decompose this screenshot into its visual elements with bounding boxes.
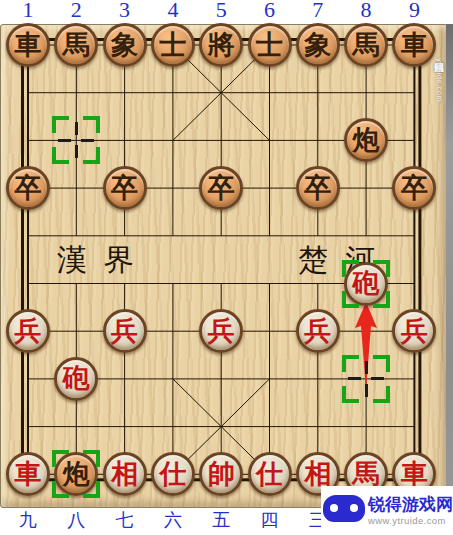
file-label-top-4: 4 xyxy=(167,0,178,23)
piece-black-elephant[interactable]: 象 xyxy=(103,23,147,67)
piece-red-soldier[interactable]: 兵 xyxy=(6,309,50,353)
gamepad-icon xyxy=(323,495,365,522)
piece-red-elephant[interactable]: 相 xyxy=(103,452,147,496)
file-label-top-5: 5 xyxy=(216,0,227,23)
watermark-side: 锐得游戏网 ytruide.com xyxy=(430,54,448,102)
watermark-site-url: www.ytruide.com xyxy=(368,516,453,526)
file-label-bottom-1: 九 xyxy=(19,508,37,532)
file-label-bottom-2: 八 xyxy=(67,508,85,532)
piece-red-cannon[interactable]: 砲 xyxy=(344,262,388,306)
piece-black-chariot[interactable]: 車 xyxy=(6,23,50,67)
piece-black-horse[interactable]: 馬 xyxy=(344,23,388,67)
piece-black-horse[interactable]: 馬 xyxy=(54,23,98,67)
piece-black-elephant[interactable]: 象 xyxy=(296,23,340,67)
piece-red-advisor[interactable]: 仕 xyxy=(151,452,195,496)
file-label-top-7: 7 xyxy=(312,0,323,23)
piece-red-advisor[interactable]: 仕 xyxy=(248,452,292,496)
file-label-top-1: 1 xyxy=(23,0,34,23)
file-label-top-2: 2 xyxy=(71,0,82,23)
piece-black-soldier[interactable]: 卒 xyxy=(199,166,243,210)
file-label-top-6: 6 xyxy=(264,0,275,23)
piece-red-cannon[interactable]: 砲 xyxy=(54,357,98,401)
file-label-top-3: 3 xyxy=(119,0,130,23)
watermark-site-name: 锐得游戏网 xyxy=(368,496,453,513)
file-label-bottom-3: 七 xyxy=(116,508,134,532)
xiangqi-app: 漢界 楚河 123456789九八七六五四三二一 車馬象士將士象馬車炮卒卒卒卒卒… xyxy=(0,0,453,535)
watermark-bottom: 锐得游戏网 www.ytruide.com xyxy=(321,486,453,535)
piece-red-soldier[interactable]: 兵 xyxy=(103,309,147,353)
file-label-bottom-6: 四 xyxy=(261,508,279,532)
piece-black-soldier[interactable]: 卒 xyxy=(296,166,340,210)
piece-black-advisor[interactable]: 士 xyxy=(151,23,195,67)
piece-red-chariot[interactable]: 車 xyxy=(6,452,50,496)
river-label-left: 漢界 xyxy=(57,240,151,281)
piece-black-general[interactable]: 將 xyxy=(199,23,243,67)
file-label-bottom-5: 五 xyxy=(212,508,230,532)
watermark-side-url: ytruide.com xyxy=(435,58,444,102)
piece-black-soldier[interactable]: 卒 xyxy=(6,166,50,210)
file-label-top-9: 9 xyxy=(409,0,420,23)
file-label-bottom-4: 六 xyxy=(164,508,182,532)
file-label-top-8: 8 xyxy=(361,0,372,23)
piece-red-soldier[interactable]: 兵 xyxy=(296,309,340,353)
piece-black-advisor[interactable]: 士 xyxy=(248,23,292,67)
piece-black-soldier[interactable]: 卒 xyxy=(103,166,147,210)
